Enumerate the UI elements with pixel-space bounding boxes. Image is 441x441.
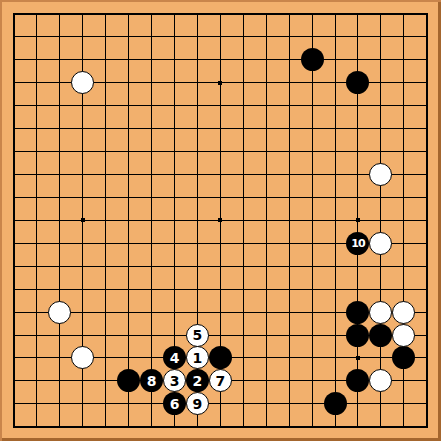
grid-line-vertical [312,13,313,428]
move-number-label: 8 [147,374,157,388]
stone-black-g3[interactable]: 8 [140,369,163,392]
grid-line-vertical [266,13,267,428]
stone-white-h3[interactable]: 3 [163,369,186,392]
grid-line-horizontal [13,266,428,267]
stone-white-d16[interactable] [71,71,94,94]
move-number-label: 5 [193,328,203,342]
star-point [356,356,360,360]
grid-line-vertical [380,13,381,428]
stone-black-q6[interactable] [346,301,369,324]
stone-white-c6[interactable] [48,301,71,324]
stone-black-r5[interactable] [369,324,392,347]
move-number-label: 1 [193,351,203,365]
stone-black-h4[interactable]: 4 [163,346,186,369]
stone-white-k3[interactable]: 7 [209,369,232,392]
stone-white-s5[interactable] [392,324,415,347]
star-point [356,218,360,222]
star-point [218,81,222,85]
stone-white-r9[interactable] [369,232,392,255]
stone-white-r3[interactable] [369,369,392,392]
grid-line-horizontal [13,426,428,428]
stone-black-k4[interactable] [209,346,232,369]
grid-line-vertical [426,13,428,428]
move-number-label: 2 [193,374,203,388]
move-number-label: 7 [216,374,226,388]
stone-black-h2[interactable]: 6 [163,392,186,415]
stone-white-s6[interactable] [392,301,415,324]
stone-black-q9[interactable]: 10 [346,232,369,255]
stone-black-q5[interactable] [346,324,369,347]
star-point [81,218,85,222]
move-number-label: 4 [170,351,180,365]
stone-black-p2[interactable] [324,392,347,415]
stone-black-f3[interactable] [117,369,140,392]
star-point [218,218,222,222]
grid-line-vertical [289,13,290,428]
move-number-label: 9 [193,397,203,411]
stone-black-q16[interactable] [346,71,369,94]
move-number-label: 10 [351,238,364,249]
grid-line-horizontal [13,403,428,404]
grid-line-horizontal [13,289,428,290]
stone-white-d4[interactable] [71,346,94,369]
go-board[interactable]: 10246851379 [0,0,441,441]
stone-white-j5[interactable]: 5 [186,324,209,347]
stone-white-r6[interactable] [369,301,392,324]
move-number-label: 6 [170,397,180,411]
stone-black-s4[interactable] [392,346,415,369]
grid-line-vertical [243,13,244,428]
stone-white-j2[interactable]: 9 [186,392,209,415]
move-number-label: 3 [170,374,180,388]
stone-black-j3[interactable]: 2 [186,369,209,392]
grid-line-vertical [335,13,336,428]
stone-black-q3[interactable] [346,369,369,392]
stone-black-o17[interactable] [301,48,324,71]
stone-white-r12[interactable] [369,163,392,186]
stone-white-j4[interactable]: 1 [186,346,209,369]
